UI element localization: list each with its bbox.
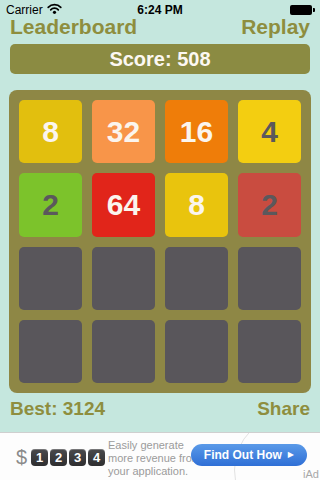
logo-digit-3: 3 (69, 449, 86, 466)
ad-copy-line3: your application. (108, 465, 201, 478)
tile-r2c0 (19, 247, 82, 310)
logo-digit-2: 2 (50, 449, 67, 466)
find-out-how-label: Find Out How (204, 448, 282, 462)
screen: Carrier 6:24 PM Leaderboard Replay Score… (0, 0, 320, 480)
arrow-right-icon: ▶ (288, 451, 294, 459)
tile-r3c2 (165, 320, 228, 383)
share-button[interactable]: Share (257, 398, 310, 420)
tile-r3c3 (238, 320, 301, 383)
game-board[interactable]: 83216426482 (9, 90, 311, 393)
ad-banner[interactable]: $ 1 2 3 4 Easily generate more revenue f… (0, 432, 320, 480)
best-score-label: Best: 3124 (10, 398, 105, 420)
tile-r1c1: 64 (92, 173, 155, 236)
tile-r2c3 (238, 247, 301, 310)
tile-r0c2: 16 (165, 100, 228, 163)
footer-bar: Best: 3124 Share (10, 398, 310, 420)
tile-r0c1: 32 (92, 100, 155, 163)
tile-r1c2: 8 (165, 173, 228, 236)
logo-digit-4: 4 (88, 449, 105, 466)
logo-digit-1: 1 (31, 449, 48, 466)
ad-copy-line1: Easily generate (108, 439, 201, 452)
nav-bar: Leaderboard Replay (10, 15, 310, 39)
find-out-how-button[interactable]: Find Out How ▶ (191, 444, 307, 466)
iad-brand-label: iAd (303, 468, 319, 480)
ad-copy: Easily generate more revenue from your a… (108, 439, 201, 478)
dollar-sign: $ (16, 446, 27, 469)
tile-r0c3: 4 (238, 100, 301, 163)
tile-r1c3: 2 (238, 173, 301, 236)
score-display: Score: 508 (10, 44, 310, 74)
ad-logo: $ 1 2 3 4 (16, 446, 105, 469)
tile-r2c2 (165, 247, 228, 310)
tile-r3c0 (19, 320, 82, 383)
battery-icon (290, 5, 312, 15)
replay-button[interactable]: Replay (241, 15, 310, 39)
tile-r3c1 (92, 320, 155, 383)
tile-r0c0: 8 (19, 100, 82, 163)
ad-copy-line2: more revenue from (108, 452, 201, 465)
tile-r1c0: 2 (19, 173, 82, 236)
tile-r2c1 (92, 247, 155, 310)
leaderboard-button[interactable]: Leaderboard (10, 15, 137, 39)
